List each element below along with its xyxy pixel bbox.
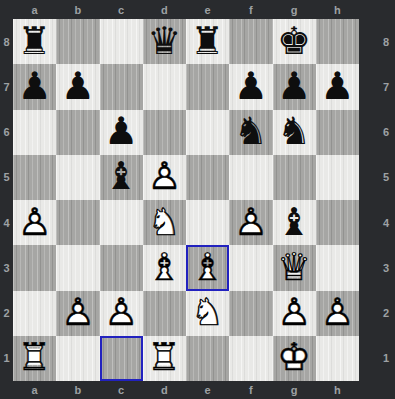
square-e1[interactable]: [186, 336, 229, 381]
square-b7[interactable]: ♟: [56, 64, 99, 109]
file-label-bottom-h: h: [316, 381, 359, 399]
pawn-glyph: ♟: [273, 64, 316, 108]
piece-black-pawn-b7[interactable]: ♟: [56, 64, 99, 109]
piece-white-pawn-h2[interactable]: ♟♙: [316, 291, 359, 336]
square-f1[interactable]: [229, 336, 272, 381]
pawn-glyph: ♟: [56, 64, 99, 108]
square-b5[interactable]: [56, 155, 99, 200]
file-label-bottom-d: d: [143, 381, 186, 399]
rank-label-right-3: 3: [377, 245, 395, 290]
square-b1[interactable]: [56, 336, 99, 381]
piece-white-pawn-c2[interactable]: ♟♙: [100, 291, 143, 336]
square-g3[interactable]: ♛♕: [273, 245, 316, 290]
square-a2[interactable]: [13, 291, 56, 336]
knight-glyph: ♞: [229, 110, 272, 154]
rank-label-left-3: 3: [0, 245, 13, 290]
square-c1[interactable]: [100, 336, 143, 381]
square-d2[interactable]: [143, 291, 186, 336]
square-h5[interactable]: [316, 155, 359, 200]
square-h4[interactable]: [316, 200, 359, 245]
knight-glyph: ♞: [273, 110, 316, 154]
square-b8[interactable]: [56, 19, 99, 64]
square-e3[interactable]: ♝♗: [186, 245, 229, 290]
queen-outline-glyph: ♕: [273, 245, 316, 289]
piece-white-rook-d1[interactable]: ♜♖: [143, 336, 186, 381]
square-g5[interactable]: [273, 155, 316, 200]
piece-white-knight-d4[interactable]: ♞♘: [143, 200, 186, 245]
rank-label-right-8: 8: [377, 19, 395, 64]
piece-white-pawn-f4[interactable]: ♟♙: [229, 200, 272, 245]
king-glyph: ♚: [273, 19, 316, 63]
square-f8[interactable]: [229, 19, 272, 64]
piece-white-bishop-e3[interactable]: ♝♗: [186, 245, 229, 290]
file-label-bottom-e: e: [186, 381, 229, 399]
piece-white-pawn-d5[interactable]: ♟♙: [143, 155, 186, 200]
piece-black-pawn-c6[interactable]: ♟: [100, 110, 143, 155]
pawn-glyph: ♟: [316, 64, 359, 108]
square-h7[interactable]: ♟: [316, 64, 359, 109]
file-labels-top: abcdefgh: [13, 0, 359, 19]
piece-black-pawn-g7[interactable]: ♟: [273, 64, 316, 109]
rook-outline-glyph: ♖: [13, 336, 56, 380]
file-label-top-b: b: [56, 0, 99, 19]
pawn-outline-glyph: ♙: [229, 200, 272, 244]
rank-label-left-5: 5: [0, 155, 13, 200]
square-f5[interactable]: [229, 155, 272, 200]
square-a3[interactable]: [13, 245, 56, 290]
file-label-top-c: c: [100, 0, 143, 19]
piece-black-pawn-a7[interactable]: ♟: [13, 64, 56, 109]
pawn-outline-glyph: ♙: [100, 291, 143, 335]
pawn-outline-glyph: ♙: [143, 155, 186, 199]
file-label-top-d: d: [143, 0, 186, 19]
square-a6[interactable]: [13, 110, 56, 155]
pawn-outline-glyph: ♙: [273, 291, 316, 335]
square-e6[interactable]: [186, 110, 229, 155]
square-c5[interactable]: ♝: [100, 155, 143, 200]
rook-glyph: ♜: [186, 19, 229, 63]
square-g6[interactable]: ♞: [273, 110, 316, 155]
rank-label-right-1: 1: [377, 336, 395, 381]
rank-labels-right: 87654321: [359, 19, 395, 381]
square-a7[interactable]: ♟: [13, 64, 56, 109]
square-d1[interactable]: ♜♖: [143, 336, 186, 381]
square-h8[interactable]: [316, 19, 359, 64]
knight-outline-glyph: ♘: [143, 200, 186, 244]
square-a8[interactable]: ♜: [13, 19, 56, 64]
square-c8[interactable]: [100, 19, 143, 64]
square-e2[interactable]: ♞♘: [186, 291, 229, 336]
square-e7[interactable]: [186, 64, 229, 109]
piece-black-queen-d8[interactable]: ♛: [143, 19, 186, 64]
rank-label-left-7: 7: [0, 64, 13, 109]
rank-label-right-4: 4: [377, 200, 395, 245]
square-c7[interactable]: [100, 64, 143, 109]
file-label-top-f: f: [229, 0, 272, 19]
rank-label-right-2: 2: [377, 291, 395, 336]
square-d3[interactable]: ♝♗: [143, 245, 186, 290]
square-b2[interactable]: ♟♙: [56, 291, 99, 336]
square-c6[interactable]: ♟: [100, 110, 143, 155]
chess-board-frame: abcdefgh abcdefgh 87654321 87654321 ♜♛♜♚…: [0, 0, 395, 399]
file-label-top-h: h: [316, 0, 359, 19]
file-labels-bottom: abcdefgh: [13, 381, 359, 399]
rook-outline-glyph: ♖: [143, 336, 186, 380]
pawn-glyph: ♟: [229, 64, 272, 108]
piece-black-king-g8[interactable]: ♚: [273, 19, 316, 64]
piece-black-rook-e8[interactable]: ♜: [186, 19, 229, 64]
rank-label-left-8: 8: [0, 19, 13, 64]
bishop-outline-glyph: ♗: [143, 245, 186, 289]
square-d7[interactable]: [143, 64, 186, 109]
piece-white-pawn-a4[interactable]: ♟♙: [13, 200, 56, 245]
piece-black-knight-f6[interactable]: ♞: [229, 110, 272, 155]
square-d5[interactable]: ♟♙: [143, 155, 186, 200]
square-h3[interactable]: [316, 245, 359, 290]
piece-white-rook-a1[interactable]: ♜♖: [13, 336, 56, 381]
bishop-outline-glyph: ♗: [186, 245, 229, 289]
square-a4[interactable]: ♟♙: [13, 200, 56, 245]
file-label-top-a: a: [13, 0, 56, 19]
pawn-glyph: ♟: [100, 110, 143, 154]
rank-label-right-7: 7: [377, 64, 395, 109]
pawn-outline-glyph: ♙: [316, 291, 359, 335]
square-b3[interactable]: [56, 245, 99, 290]
piece-white-knight-e2[interactable]: ♞♘: [186, 291, 229, 336]
square-e4[interactable]: [186, 200, 229, 245]
piece-white-pawn-g2[interactable]: ♟♙: [273, 291, 316, 336]
square-f3[interactable]: [229, 245, 272, 290]
piece-black-pawn-h7[interactable]: ♟: [316, 64, 359, 109]
square-e5[interactable]: [186, 155, 229, 200]
rank-label-left-4: 4: [0, 200, 13, 245]
square-c3[interactable]: [100, 245, 143, 290]
square-d6[interactable]: [143, 110, 186, 155]
file-label-bottom-f: f: [229, 381, 272, 399]
square-d8[interactable]: ♛: [143, 19, 186, 64]
square-a5[interactable]: [13, 155, 56, 200]
square-e8[interactable]: ♜: [186, 19, 229, 64]
bishop-glyph: ♝: [100, 155, 143, 199]
piece-black-pawn-f7[interactable]: ♟: [229, 64, 272, 109]
piece-white-bishop-d3[interactable]: ♝♗: [143, 245, 186, 290]
pawn-outline-glyph: ♙: [56, 291, 99, 335]
piece-black-bishop-g4[interactable]: ♝: [273, 200, 316, 245]
queen-glyph: ♛: [143, 19, 186, 63]
file-label-top-g: g: [273, 0, 316, 19]
bishop-glyph: ♝: [273, 200, 316, 244]
knight-outline-glyph: ♘: [186, 291, 229, 335]
rank-label-left-6: 6: [0, 110, 13, 155]
square-f4[interactable]: ♟♙: [229, 200, 272, 245]
pawn-glyph: ♟: [13, 64, 56, 108]
square-b4[interactable]: [56, 200, 99, 245]
king-outline-glyph: ♔: [273, 336, 316, 380]
piece-white-king-g1[interactable]: ♚♔: [273, 336, 316, 381]
rank-labels-left: 87654321: [0, 19, 13, 381]
square-f2[interactable]: [229, 291, 272, 336]
rank-label-left-2: 2: [0, 291, 13, 336]
rank-label-right-6: 6: [377, 110, 395, 155]
square-b6[interactable]: [56, 110, 99, 155]
square-g7[interactable]: ♟: [273, 64, 316, 109]
rank-label-right-5: 5: [377, 155, 395, 200]
file-label-bottom-a: a: [13, 381, 56, 399]
piece-black-rook-a8[interactable]: ♜: [13, 19, 56, 64]
file-label-bottom-b: b: [56, 381, 99, 399]
piece-white-queen-g3[interactable]: ♛♕: [273, 245, 316, 290]
square-a1[interactable]: ♜♖: [13, 336, 56, 381]
square-f6[interactable]: ♞: [229, 110, 272, 155]
file-label-bottom-g: g: [273, 381, 316, 399]
square-c2[interactable]: ♟♙: [100, 291, 143, 336]
file-label-top-e: e: [186, 0, 229, 19]
rank-label-left-1: 1: [0, 336, 13, 381]
square-h2[interactable]: ♟♙: [316, 291, 359, 336]
chess-board: ♜♛♜♚♟♟♟♟♟♟♞♞♝♟♙♟♙♞♘♟♙♝♝♗♝♗♛♕♟♙♟♙♞♘♟♙♟♙♜♖…: [13, 19, 359, 381]
rook-glyph: ♜: [13, 19, 56, 63]
pawn-outline-glyph: ♙: [13, 200, 56, 244]
square-g8[interactable]: ♚: [273, 19, 316, 64]
piece-black-knight-g6[interactable]: ♞: [273, 110, 316, 155]
square-g2[interactable]: ♟♙: [273, 291, 316, 336]
piece-white-pawn-b2[interactable]: ♟♙: [56, 291, 99, 336]
piece-black-bishop-c5[interactable]: ♝: [100, 155, 143, 200]
square-g1[interactable]: ♚♔: [273, 336, 316, 381]
square-c4[interactable]: [100, 200, 143, 245]
square-h6[interactable]: [316, 110, 359, 155]
square-d4[interactable]: ♞♘: [143, 200, 186, 245]
file-label-bottom-c: c: [100, 381, 143, 399]
square-f7[interactable]: ♟: [229, 64, 272, 109]
square-h1[interactable]: [316, 336, 359, 381]
square-g4[interactable]: ♝: [273, 200, 316, 245]
